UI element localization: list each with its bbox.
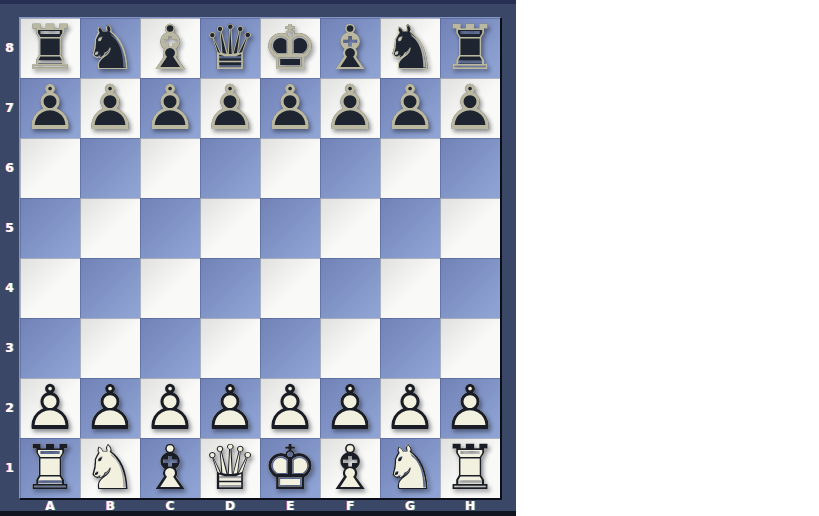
piece-black-knight[interactable]: ♞♘ xyxy=(80,18,140,78)
square-d1[interactable]: ♛♕ xyxy=(200,438,260,498)
bishop-glyph-fill: ♝ xyxy=(140,18,200,78)
square-h5[interactable] xyxy=(440,198,500,258)
pawn-glyph-fill: ♟ xyxy=(20,78,80,138)
square-c5[interactable] xyxy=(140,198,200,258)
piece-black-king[interactable]: ♚♔ xyxy=(260,18,320,78)
square-a5[interactable] xyxy=(20,198,80,258)
square-b5[interactable] xyxy=(80,198,140,258)
pawn-glyph-fill: ♟ xyxy=(200,378,260,438)
square-e6[interactable] xyxy=(260,138,320,198)
square-g1[interactable]: ♞♘ xyxy=(380,438,440,498)
square-e1[interactable]: ♚♔ xyxy=(260,438,320,498)
pawn-glyph-outline: ♙ xyxy=(20,378,80,438)
rank-label-8: 8 xyxy=(0,18,19,78)
square-c8[interactable]: ♝♗ xyxy=(140,18,200,78)
pawn-glyph-outline: ♙ xyxy=(80,378,140,438)
square-b7[interactable]: ♟♙ xyxy=(80,78,140,138)
piece-white-bishop[interactable]: ♝♗ xyxy=(320,438,380,498)
pawn-glyph-fill: ♟ xyxy=(140,378,200,438)
piece-black-pawn[interactable]: ♟♙ xyxy=(260,78,320,138)
rank-label-4: 4 xyxy=(0,258,19,318)
pawn-glyph-fill: ♟ xyxy=(260,78,320,138)
square-d4[interactable] xyxy=(200,258,260,318)
pawn-glyph-outline: ♙ xyxy=(380,78,440,138)
pawn-glyph-fill: ♟ xyxy=(20,378,80,438)
square-f3[interactable] xyxy=(320,318,380,378)
pawn-glyph-fill: ♟ xyxy=(440,378,500,438)
knight-glyph-fill: ♞ xyxy=(380,18,440,78)
chess-board-panel: 87654321 ♜♖♞♘♝♗♛♕♚♔♝♗♞♘♜♖♟♙♟♙♟♙♟♙♟♙♟♙♟♙♟… xyxy=(0,0,516,516)
queen-glyph-fill: ♛ xyxy=(200,18,260,78)
pawn-glyph-outline: ♙ xyxy=(320,378,380,438)
pawn-glyph-outline: ♙ xyxy=(260,378,320,438)
square-d3[interactable] xyxy=(200,318,260,378)
pawn-glyph-outline: ♙ xyxy=(260,78,320,138)
square-g4[interactable] xyxy=(380,258,440,318)
piece-black-pawn[interactable]: ♟♙ xyxy=(200,78,260,138)
bishop-glyph-fill: ♝ xyxy=(140,438,200,498)
square-d2[interactable]: ♟♙ xyxy=(200,378,260,438)
square-f7[interactable]: ♟♙ xyxy=(320,78,380,138)
piece-white-pawn[interactable]: ♟♙ xyxy=(320,378,380,438)
knight-glyph-fill: ♞ xyxy=(80,438,140,498)
rook-glyph-fill: ♜ xyxy=(440,438,500,498)
pawn-glyph-fill: ♟ xyxy=(440,78,500,138)
knight-glyph-fill: ♞ xyxy=(80,18,140,78)
rank-label-3: 3 xyxy=(0,318,19,378)
pawn-glyph-outline: ♙ xyxy=(200,378,260,438)
square-a2[interactable]: ♟♙ xyxy=(20,378,80,438)
pawn-glyph-fill: ♟ xyxy=(200,78,260,138)
square-b2[interactable]: ♟♙ xyxy=(80,378,140,438)
piece-white-king[interactable]: ♚♔ xyxy=(260,438,320,498)
pawn-glyph-fill: ♟ xyxy=(320,378,380,438)
square-b4[interactable] xyxy=(80,258,140,318)
bishop-glyph-outline: ♗ xyxy=(320,438,380,498)
rook-glyph-fill: ♜ xyxy=(20,18,80,78)
square-h1[interactable]: ♜♖ xyxy=(440,438,500,498)
rook-glyph-fill: ♜ xyxy=(440,18,500,78)
square-c1[interactable]: ♝♗ xyxy=(140,438,200,498)
piece-white-pawn[interactable]: ♟♙ xyxy=(440,378,500,438)
piece-white-pawn[interactable]: ♟♙ xyxy=(200,378,260,438)
piece-white-knight[interactable]: ♞♘ xyxy=(380,438,440,498)
square-h6[interactable] xyxy=(440,138,500,198)
bishop-glyph-outline: ♗ xyxy=(140,18,200,78)
square-e4[interactable] xyxy=(260,258,320,318)
pawn-glyph-fill: ♟ xyxy=(260,378,320,438)
square-c6[interactable] xyxy=(140,138,200,198)
square-e8[interactable]: ♚♔ xyxy=(260,18,320,78)
square-e2[interactable]: ♟♙ xyxy=(260,378,320,438)
queen-glyph-outline: ♕ xyxy=(200,18,260,78)
piece-black-pawn[interactable]: ♟♙ xyxy=(380,78,440,138)
square-d8[interactable]: ♛♕ xyxy=(200,18,260,78)
rook-glyph-outline: ♖ xyxy=(20,18,80,78)
piece-black-rook[interactable]: ♜♖ xyxy=(20,18,80,78)
knight-glyph-outline: ♘ xyxy=(80,18,140,78)
pawn-glyph-outline: ♙ xyxy=(320,78,380,138)
knight-glyph-outline: ♘ xyxy=(380,438,440,498)
king-glyph-outline: ♔ xyxy=(260,18,320,78)
piece-black-pawn[interactable]: ♟♙ xyxy=(440,78,500,138)
square-g7[interactable]: ♟♙ xyxy=(380,78,440,138)
pawn-glyph-outline: ♙ xyxy=(440,78,500,138)
square-a4[interactable] xyxy=(20,258,80,318)
rank-label-7: 7 xyxy=(0,78,19,138)
square-h4[interactable] xyxy=(440,258,500,318)
bishop-glyph-outline: ♗ xyxy=(140,438,200,498)
square-c2[interactable]: ♟♙ xyxy=(140,378,200,438)
square-g6[interactable] xyxy=(380,138,440,198)
pawn-glyph-outline: ♙ xyxy=(80,78,140,138)
rank-label-5: 5 xyxy=(0,198,19,258)
square-b8[interactable]: ♞♘ xyxy=(80,18,140,78)
page: 87654321 ♜♖♞♘♝♗♛♕♚♔♝♗♞♘♜♖♟♙♟♙♟♙♟♙♟♙♟♙♟♙♟… xyxy=(0,0,819,516)
board-frame-top-edge xyxy=(0,0,516,4)
square-b3[interactable] xyxy=(80,318,140,378)
rank-label-2: 2 xyxy=(0,378,19,438)
piece-black-queen[interactable]: ♛♕ xyxy=(200,18,260,78)
piece-white-pawn[interactable]: ♟♙ xyxy=(80,378,140,438)
king-glyph-fill: ♚ xyxy=(260,438,320,498)
piece-white-queen[interactable]: ♛♕ xyxy=(200,438,260,498)
piece-white-knight[interactable]: ♞♘ xyxy=(80,438,140,498)
pawn-glyph-outline: ♙ xyxy=(20,78,80,138)
chess-board: ♜♖♞♘♝♗♛♕♚♔♝♗♞♘♜♖♟♙♟♙♟♙♟♙♟♙♟♙♟♙♟♙♟♙♟♙♟♙♟♙… xyxy=(19,17,502,500)
square-f4[interactable] xyxy=(320,258,380,318)
piece-white-rook[interactable]: ♜♖ xyxy=(440,438,500,498)
square-h2[interactable]: ♟♙ xyxy=(440,378,500,438)
square-e3[interactable] xyxy=(260,318,320,378)
square-c3[interactable] xyxy=(140,318,200,378)
queen-glyph-outline: ♕ xyxy=(200,438,260,498)
piece-black-pawn[interactable]: ♟♙ xyxy=(80,78,140,138)
pawn-glyph-fill: ♟ xyxy=(140,78,200,138)
pawn-glyph-fill: ♟ xyxy=(80,378,140,438)
square-g2[interactable]: ♟♙ xyxy=(380,378,440,438)
piece-black-pawn[interactable]: ♟♙ xyxy=(320,78,380,138)
piece-black-bishop[interactable]: ♝♗ xyxy=(140,18,200,78)
pawn-glyph-outline: ♙ xyxy=(440,378,500,438)
square-c7[interactable]: ♟♙ xyxy=(140,78,200,138)
king-glyph-outline: ♔ xyxy=(260,438,320,498)
square-c4[interactable] xyxy=(140,258,200,318)
pawn-glyph-outline: ♙ xyxy=(140,378,200,438)
piece-white-pawn[interactable]: ♟♙ xyxy=(20,378,80,438)
square-e5[interactable] xyxy=(260,198,320,258)
rank-label-1: 1 xyxy=(0,438,19,498)
knight-glyph-fill: ♞ xyxy=(380,438,440,498)
square-d5[interactable] xyxy=(200,198,260,258)
square-b6[interactable] xyxy=(80,138,140,198)
square-d6[interactable] xyxy=(200,138,260,198)
piece-white-pawn[interactable]: ♟♙ xyxy=(380,378,440,438)
square-a6[interactable] xyxy=(20,138,80,198)
square-a3[interactable] xyxy=(20,318,80,378)
square-f1[interactable]: ♝♗ xyxy=(320,438,380,498)
square-a8[interactable]: ♜♖ xyxy=(20,18,80,78)
rank-labels: 87654321 xyxy=(0,18,19,498)
square-b1[interactable]: ♞♘ xyxy=(80,438,140,498)
pawn-glyph-outline: ♙ xyxy=(140,78,200,138)
square-f6[interactable] xyxy=(320,138,380,198)
piece-white-pawn[interactable]: ♟♙ xyxy=(140,378,200,438)
pawn-glyph-fill: ♟ xyxy=(80,78,140,138)
square-d7[interactable]: ♟♙ xyxy=(200,78,260,138)
square-g5[interactable] xyxy=(380,198,440,258)
square-e7[interactable]: ♟♙ xyxy=(260,78,320,138)
queen-glyph-fill: ♛ xyxy=(200,438,260,498)
bishop-glyph-fill: ♝ xyxy=(320,438,380,498)
piece-black-pawn[interactable]: ♟♙ xyxy=(140,78,200,138)
pawn-glyph-fill: ♟ xyxy=(320,78,380,138)
piece-white-bishop[interactable]: ♝♗ xyxy=(140,438,200,498)
king-glyph-fill: ♚ xyxy=(260,18,320,78)
square-a1[interactable]: ♜♖ xyxy=(20,438,80,498)
square-g8[interactable]: ♞♘ xyxy=(380,18,440,78)
rook-glyph-outline: ♖ xyxy=(440,438,500,498)
rook-glyph-outline: ♖ xyxy=(20,438,80,498)
pawn-glyph-fill: ♟ xyxy=(380,378,440,438)
piece-white-rook[interactable]: ♜♖ xyxy=(20,438,80,498)
square-h7[interactable]: ♟♙ xyxy=(440,78,500,138)
piece-black-knight[interactable]: ♞♘ xyxy=(380,18,440,78)
knight-glyph-outline: ♘ xyxy=(380,18,440,78)
piece-black-rook[interactable]: ♜♖ xyxy=(440,18,500,78)
bishop-glyph-outline: ♗ xyxy=(320,18,380,78)
pawn-glyph-outline: ♙ xyxy=(200,78,260,138)
square-g3[interactable] xyxy=(380,318,440,378)
board-frame-bottom-edge xyxy=(0,511,516,516)
piece-black-bishop[interactable]: ♝♗ xyxy=(320,18,380,78)
square-f5[interactable] xyxy=(320,198,380,258)
square-a7[interactable]: ♟♙ xyxy=(20,78,80,138)
square-f8[interactable]: ♝♗ xyxy=(320,18,380,78)
pawn-glyph-fill: ♟ xyxy=(380,78,440,138)
rook-glyph-outline: ♖ xyxy=(440,18,500,78)
pawn-glyph-outline: ♙ xyxy=(380,378,440,438)
square-h3[interactable] xyxy=(440,318,500,378)
knight-glyph-outline: ♘ xyxy=(80,438,140,498)
square-h8[interactable]: ♜♖ xyxy=(440,18,500,78)
rank-label-6: 6 xyxy=(0,138,19,198)
piece-white-pawn[interactable]: ♟♙ xyxy=(260,378,320,438)
piece-black-pawn[interactable]: ♟♙ xyxy=(20,78,80,138)
rook-glyph-fill: ♜ xyxy=(20,438,80,498)
square-f2[interactable]: ♟♙ xyxy=(320,378,380,438)
bishop-glyph-fill: ♝ xyxy=(320,18,380,78)
